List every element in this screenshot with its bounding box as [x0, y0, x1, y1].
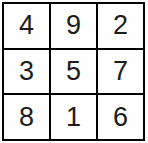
cell-r1c3: 2: [98, 4, 143, 48]
cell-r2c2: 5: [51, 50, 96, 94]
cell-r1c2: 9: [51, 4, 96, 48]
magic-square-board: 4 9 2 3 5 7 8 1 6: [2, 2, 145, 141]
magic-square-page: 4 9 2 3 5 7 8 1 6: [0, 0, 148, 143]
cell-r1c1: 4: [4, 4, 49, 48]
cell-r3c2: 1: [51, 95, 96, 139]
cell-r2c1: 3: [4, 50, 49, 94]
cell-r3c1: 8: [4, 95, 49, 139]
cell-r2c3: 7: [98, 50, 143, 94]
cell-r3c3: 6: [98, 95, 143, 139]
